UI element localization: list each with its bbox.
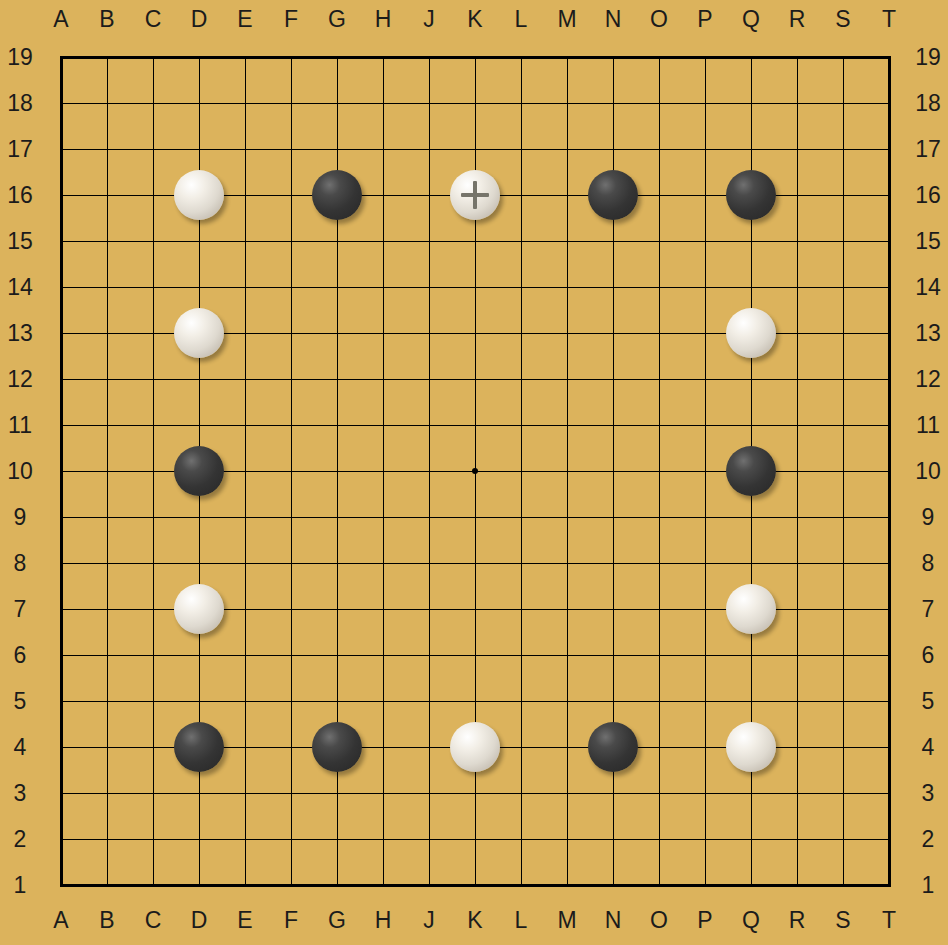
intersection[interactable] [866, 218, 912, 264]
intersection[interactable] [406, 494, 452, 540]
intersection[interactable] [222, 678, 268, 724]
intersection[interactable] [544, 310, 590, 356]
intersection[interactable] [176, 126, 222, 172]
white-stone[interactable]: ○ [450, 170, 500, 220]
intersection[interactable] [38, 356, 84, 402]
intersection[interactable] [268, 34, 314, 80]
intersection[interactable] [314, 356, 360, 402]
intersection[interactable] [590, 34, 636, 80]
intersection[interactable] [84, 264, 130, 310]
intersection[interactable] [38, 448, 84, 494]
intersection[interactable] [84, 724, 130, 770]
black-stone[interactable]: ● [588, 722, 638, 772]
intersection[interactable] [268, 816, 314, 862]
intersection[interactable] [452, 402, 498, 448]
intersection[interactable] [38, 264, 84, 310]
intersection[interactable] [728, 218, 774, 264]
intersection[interactable] [866, 310, 912, 356]
intersection[interactable] [636, 356, 682, 402]
intersection[interactable] [360, 816, 406, 862]
intersection[interactable] [360, 172, 406, 218]
intersection[interactable] [636, 448, 682, 494]
intersection[interactable] [498, 448, 544, 494]
intersection[interactable] [590, 632, 636, 678]
intersection[interactable] [774, 264, 820, 310]
black-stone[interactable]: ● [312, 170, 362, 220]
intersection[interactable] [498, 862, 544, 908]
intersection[interactable] [38, 540, 84, 586]
intersection[interactable] [130, 310, 176, 356]
intersection[interactable] [636, 632, 682, 678]
intersection[interactable] [268, 310, 314, 356]
intersection[interactable] [360, 310, 406, 356]
intersection[interactable] [498, 540, 544, 586]
intersection[interactable] [590, 816, 636, 862]
black-stone[interactable]: ● [174, 722, 224, 772]
intersection[interactable] [544, 862, 590, 908]
intersection[interactable] [866, 172, 912, 218]
intersection[interactable] [268, 402, 314, 448]
intersection[interactable] [774, 632, 820, 678]
intersection[interactable] [590, 586, 636, 632]
intersection[interactable] [38, 310, 84, 356]
intersection[interactable] [38, 770, 84, 816]
intersection[interactable] [774, 126, 820, 172]
intersection[interactable] [222, 586, 268, 632]
intersection[interactable] [314, 310, 360, 356]
intersection[interactable] [38, 218, 84, 264]
intersection[interactable] [268, 586, 314, 632]
intersection[interactable] [820, 126, 866, 172]
intersection[interactable] [820, 770, 866, 816]
intersection[interactable] [268, 172, 314, 218]
intersection[interactable] [866, 80, 912, 126]
intersection[interactable] [820, 494, 866, 540]
intersection[interactable] [130, 862, 176, 908]
intersection[interactable] [866, 540, 912, 586]
intersection[interactable] [866, 448, 912, 494]
intersection[interactable] [774, 356, 820, 402]
intersection[interactable] [38, 34, 84, 80]
intersection[interactable] [268, 862, 314, 908]
intersection[interactable] [820, 172, 866, 218]
intersection[interactable] [452, 126, 498, 172]
intersection[interactable] [544, 356, 590, 402]
intersection[interactable] [314, 126, 360, 172]
intersection[interactable] [268, 356, 314, 402]
intersection[interactable] [268, 494, 314, 540]
intersection[interactable] [38, 586, 84, 632]
intersection[interactable] [84, 448, 130, 494]
intersection[interactable] [774, 310, 820, 356]
intersection[interactable] [360, 678, 406, 724]
intersection[interactable] [360, 586, 406, 632]
intersection[interactable] [314, 218, 360, 264]
intersection[interactable] [728, 402, 774, 448]
intersection[interactable] [176, 264, 222, 310]
intersection[interactable] [636, 126, 682, 172]
intersection[interactable] [682, 770, 728, 816]
intersection[interactable] [544, 816, 590, 862]
intersection[interactable] [130, 356, 176, 402]
intersection[interactable] [774, 678, 820, 724]
intersection[interactable] [452, 80, 498, 126]
intersection[interactable] [636, 34, 682, 80]
intersection[interactable] [222, 126, 268, 172]
intersection[interactable] [38, 80, 84, 126]
intersection[interactable] [682, 218, 728, 264]
intersection[interactable] [544, 632, 590, 678]
intersection[interactable] [544, 494, 590, 540]
intersection[interactable] [774, 540, 820, 586]
intersection[interactable] [84, 34, 130, 80]
intersection[interactable] [498, 678, 544, 724]
intersection[interactable] [636, 494, 682, 540]
intersection[interactable] [544, 402, 590, 448]
intersection[interactable] [682, 448, 728, 494]
intersection[interactable] [130, 172, 176, 218]
intersection[interactable] [682, 34, 728, 80]
intersection[interactable]: ● [728, 172, 774, 218]
black-stone[interactable]: ● [312, 722, 362, 772]
intersection[interactable] [176, 34, 222, 80]
intersection[interactable] [406, 632, 452, 678]
intersection[interactable] [268, 448, 314, 494]
intersection[interactable] [360, 540, 406, 586]
intersection[interactable] [406, 218, 452, 264]
intersection[interactable] [682, 172, 728, 218]
intersection[interactable] [682, 586, 728, 632]
intersection[interactable] [774, 494, 820, 540]
intersection[interactable] [268, 678, 314, 724]
white-stone[interactable]: ○ [726, 308, 776, 358]
intersection[interactable] [38, 402, 84, 448]
intersection[interactable] [130, 816, 176, 862]
intersection[interactable] [176, 678, 222, 724]
intersection[interactable] [498, 632, 544, 678]
intersection[interactable] [314, 34, 360, 80]
intersection[interactable] [820, 586, 866, 632]
intersection[interactable] [590, 678, 636, 724]
intersection[interactable] [452, 862, 498, 908]
intersection[interactable] [774, 34, 820, 80]
intersection[interactable] [268, 126, 314, 172]
intersection[interactable] [866, 126, 912, 172]
intersection[interactable] [728, 494, 774, 540]
intersection[interactable] [406, 356, 452, 402]
intersection[interactable] [498, 310, 544, 356]
intersection[interactable] [314, 494, 360, 540]
intersection[interactable] [360, 264, 406, 310]
intersection[interactable] [774, 218, 820, 264]
white-stone[interactable]: ○ [174, 170, 224, 220]
intersection[interactable] [820, 448, 866, 494]
white-stone[interactable]: ○ [174, 584, 224, 634]
intersection[interactable] [360, 724, 406, 770]
intersection[interactable] [84, 678, 130, 724]
intersection[interactable] [176, 540, 222, 586]
intersection[interactable] [728, 862, 774, 908]
intersection[interactable] [682, 632, 728, 678]
intersection[interactable] [544, 586, 590, 632]
intersection[interactable] [636, 80, 682, 126]
intersection[interactable] [314, 678, 360, 724]
intersection[interactable] [636, 264, 682, 310]
intersection[interactable] [774, 172, 820, 218]
intersection[interactable] [314, 816, 360, 862]
intersection[interactable] [452, 770, 498, 816]
intersection[interactable] [636, 172, 682, 218]
intersection[interactable] [774, 80, 820, 126]
intersection[interactable] [84, 126, 130, 172]
intersection[interactable] [728, 540, 774, 586]
intersection[interactable] [84, 218, 130, 264]
intersection[interactable] [360, 80, 406, 126]
intersection[interactable] [590, 264, 636, 310]
intersection[interactable] [406, 678, 452, 724]
intersection[interactable] [130, 540, 176, 586]
intersection[interactable] [636, 678, 682, 724]
intersection[interactable] [268, 264, 314, 310]
intersection[interactable] [590, 862, 636, 908]
intersection[interactable] [682, 816, 728, 862]
intersection[interactable] [866, 494, 912, 540]
intersection[interactable] [360, 494, 406, 540]
intersection[interactable] [544, 218, 590, 264]
intersection[interactable] [636, 770, 682, 816]
intersection[interactable] [176, 356, 222, 402]
intersection[interactable] [820, 402, 866, 448]
intersection[interactable] [544, 678, 590, 724]
intersection[interactable] [222, 80, 268, 126]
intersection[interactable] [314, 632, 360, 678]
intersection[interactable] [544, 724, 590, 770]
intersection[interactable] [222, 356, 268, 402]
intersection[interactable] [636, 816, 682, 862]
intersection[interactable] [360, 402, 406, 448]
intersection[interactable] [84, 494, 130, 540]
intersection[interactable] [84, 172, 130, 218]
intersection[interactable] [682, 678, 728, 724]
intersection[interactable] [590, 448, 636, 494]
intersection[interactable] [222, 540, 268, 586]
intersection[interactable] [452, 264, 498, 310]
intersection[interactable] [544, 80, 590, 126]
intersection[interactable] [360, 862, 406, 908]
intersection[interactable] [130, 218, 176, 264]
intersection[interactable]: ○ [728, 724, 774, 770]
intersection[interactable] [406, 34, 452, 80]
intersection[interactable] [452, 34, 498, 80]
intersection[interactable] [498, 218, 544, 264]
intersection[interactable] [130, 678, 176, 724]
intersection[interactable] [498, 34, 544, 80]
intersection[interactable] [866, 34, 912, 80]
intersection[interactable] [406, 540, 452, 586]
intersection[interactable] [360, 126, 406, 172]
intersection[interactable] [498, 126, 544, 172]
intersection[interactable] [774, 862, 820, 908]
intersection[interactable] [682, 494, 728, 540]
intersection[interactable] [406, 724, 452, 770]
intersection[interactable] [636, 586, 682, 632]
intersection[interactable] [682, 724, 728, 770]
intersection[interactable] [866, 770, 912, 816]
intersection[interactable] [774, 816, 820, 862]
intersection[interactable] [130, 448, 176, 494]
intersection[interactable] [406, 770, 452, 816]
intersection[interactable] [130, 632, 176, 678]
intersection[interactable] [176, 770, 222, 816]
intersection[interactable] [774, 586, 820, 632]
intersection[interactable] [452, 494, 498, 540]
intersection[interactable] [222, 862, 268, 908]
intersection[interactable] [498, 586, 544, 632]
intersection[interactable] [314, 80, 360, 126]
black-stone[interactable]: ● [726, 170, 776, 220]
intersection[interactable] [406, 80, 452, 126]
intersection[interactable] [498, 80, 544, 126]
intersection[interactable] [820, 632, 866, 678]
intersection[interactable] [314, 862, 360, 908]
intersection[interactable]: ○ [176, 586, 222, 632]
intersection[interactable] [636, 540, 682, 586]
intersection[interactable] [314, 402, 360, 448]
intersection[interactable] [268, 540, 314, 586]
intersection[interactable] [452, 540, 498, 586]
intersection[interactable]: ○ [176, 172, 222, 218]
intersection[interactable] [820, 862, 866, 908]
intersection[interactable] [406, 126, 452, 172]
intersection[interactable] [38, 632, 84, 678]
intersection[interactable] [130, 264, 176, 310]
intersection[interactable] [222, 632, 268, 678]
intersection[interactable] [406, 402, 452, 448]
intersection[interactable] [774, 402, 820, 448]
intersection[interactable] [84, 310, 130, 356]
intersection[interactable] [452, 678, 498, 724]
intersection[interactable] [38, 494, 84, 540]
intersection[interactable] [268, 80, 314, 126]
intersection[interactable] [84, 816, 130, 862]
intersection[interactable] [866, 816, 912, 862]
intersection[interactable] [728, 356, 774, 402]
intersection[interactable] [682, 402, 728, 448]
intersection[interactable] [84, 402, 130, 448]
intersection[interactable] [728, 632, 774, 678]
intersection[interactable] [728, 678, 774, 724]
intersection[interactable] [84, 862, 130, 908]
intersection[interactable] [130, 586, 176, 632]
intersection[interactable] [268, 218, 314, 264]
intersection[interactable] [38, 724, 84, 770]
intersection[interactable] [820, 678, 866, 724]
intersection[interactable] [682, 540, 728, 586]
intersection[interactable] [820, 816, 866, 862]
intersection[interactable] [452, 586, 498, 632]
intersection[interactable] [590, 356, 636, 402]
intersection[interactable] [636, 862, 682, 908]
intersection[interactable]: ● [314, 172, 360, 218]
intersection[interactable] [130, 494, 176, 540]
intersection[interactable] [820, 724, 866, 770]
intersection[interactable] [130, 402, 176, 448]
intersection[interactable] [544, 172, 590, 218]
intersection[interactable] [452, 816, 498, 862]
intersection[interactable] [682, 310, 728, 356]
intersection[interactable] [314, 770, 360, 816]
intersection[interactable] [314, 264, 360, 310]
intersection[interactable] [38, 172, 84, 218]
intersection[interactable] [682, 356, 728, 402]
intersection[interactable]: ● [176, 724, 222, 770]
intersection[interactable] [452, 632, 498, 678]
intersection[interactable]: ● [590, 172, 636, 218]
intersection[interactable] [728, 770, 774, 816]
intersection[interactable] [590, 310, 636, 356]
white-stone[interactable]: ○ [450, 722, 500, 772]
intersection[interactable] [314, 540, 360, 586]
intersection[interactable] [866, 632, 912, 678]
intersection[interactable] [176, 632, 222, 678]
intersection[interactable] [866, 678, 912, 724]
intersection[interactable] [636, 310, 682, 356]
intersection[interactable] [314, 448, 360, 494]
intersection[interactable] [728, 264, 774, 310]
intersection[interactable] [222, 264, 268, 310]
intersection[interactable]: ○ [452, 724, 498, 770]
intersection[interactable] [498, 770, 544, 816]
intersection[interactable] [544, 34, 590, 80]
intersection[interactable] [544, 540, 590, 586]
intersection[interactable] [38, 816, 84, 862]
intersection[interactable] [406, 264, 452, 310]
intersection[interactable] [130, 34, 176, 80]
intersection[interactable] [728, 126, 774, 172]
intersection[interactable]: ○ [728, 586, 774, 632]
intersection[interactable] [222, 816, 268, 862]
intersection[interactable] [130, 126, 176, 172]
intersection[interactable] [498, 264, 544, 310]
intersection[interactable] [774, 448, 820, 494]
white-stone[interactable]: ○ [726, 722, 776, 772]
intersection[interactable] [222, 34, 268, 80]
intersection[interactable] [728, 816, 774, 862]
intersection[interactable] [590, 540, 636, 586]
intersection[interactable] [452, 356, 498, 402]
intersection[interactable] [866, 724, 912, 770]
intersection[interactable]: ○ [728, 310, 774, 356]
white-stone[interactable]: ○ [174, 308, 224, 358]
intersection[interactable] [360, 632, 406, 678]
intersection[interactable] [498, 172, 544, 218]
intersection[interactable] [130, 724, 176, 770]
black-stone[interactable]: ● [174, 446, 224, 496]
intersection[interactable] [636, 724, 682, 770]
intersection[interactable] [84, 632, 130, 678]
intersection[interactable] [360, 218, 406, 264]
intersection[interactable] [498, 402, 544, 448]
intersection[interactable] [38, 126, 84, 172]
intersection[interactable]: ● [728, 448, 774, 494]
intersection[interactable]: ● [176, 448, 222, 494]
intersection[interactable] [820, 34, 866, 80]
intersection[interactable] [820, 310, 866, 356]
intersection[interactable] [406, 310, 452, 356]
intersection[interactable] [682, 126, 728, 172]
intersection[interactable] [176, 80, 222, 126]
intersection[interactable] [498, 494, 544, 540]
